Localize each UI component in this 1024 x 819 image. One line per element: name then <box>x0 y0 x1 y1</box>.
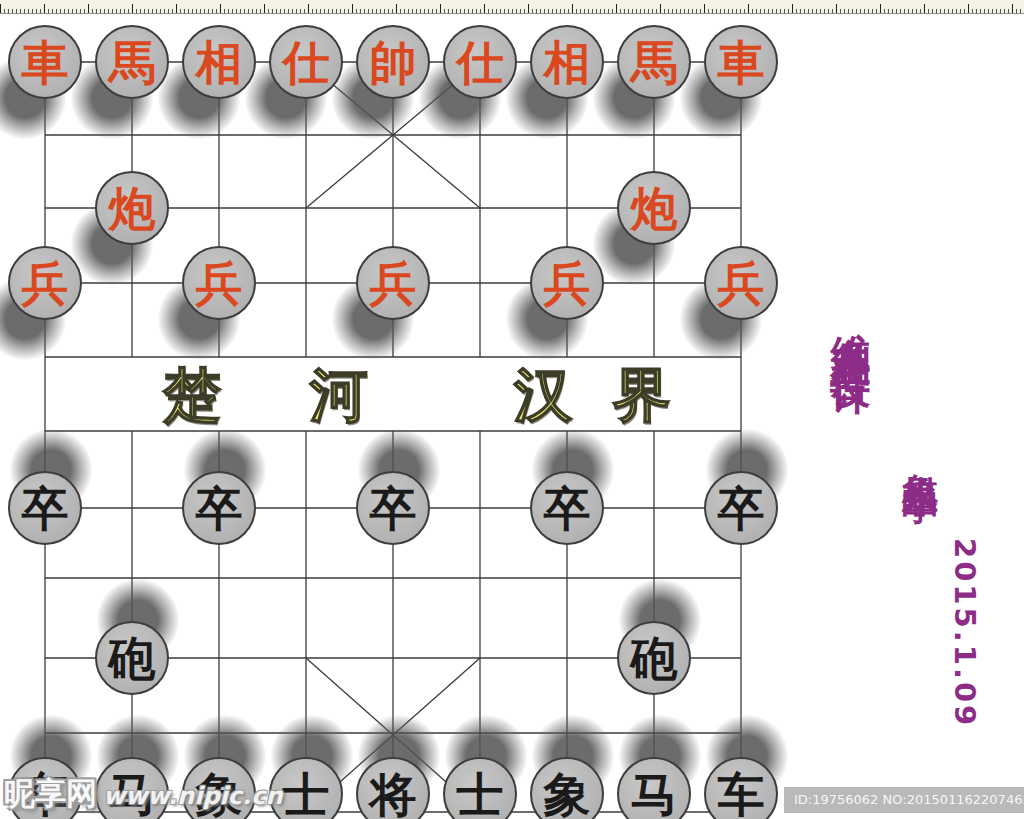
date-text: 2015.1.09 <box>948 538 982 728</box>
piece-black-chariot[interactable]: 车 <box>704 757 778 819</box>
artwork-title-text: 象棋水晶字 <box>896 444 945 459</box>
design-canvas: 楚 河 汉 界 車馬相仕帥仕相馬車炮炮兵兵兵兵兵卒卒卒卒卒砲砲车马象士将士象马车… <box>0 0 1024 819</box>
piece-red-soldier[interactable]: 兵 <box>8 246 82 320</box>
piece-black-cannon[interactable]: 砲 <box>95 621 169 695</box>
piece-red-soldier[interactable]: 兵 <box>530 246 604 320</box>
piece-red-elephant[interactable]: 相 <box>530 25 604 99</box>
piece-black-soldier[interactable]: 卒 <box>8 471 82 545</box>
piece-red-cannon[interactable]: 炮 <box>617 171 691 245</box>
piece-red-horse[interactable]: 馬 <box>95 25 169 99</box>
site-name-watermark: 昵享网 <box>4 773 97 815</box>
piece-black-cannon[interactable]: 砲 <box>617 621 691 695</box>
piece-black-soldier[interactable]: 卒 <box>530 471 604 545</box>
piece-black-horse[interactable]: 马 <box>617 757 691 819</box>
id-watermark: ID:19756062 NO:20150116220746320541 <box>784 787 1024 813</box>
pieces-layer: 車馬相仕帥仕相馬車炮炮兵兵兵兵兵卒卒卒卒卒砲砲车马象士将士象马车 <box>0 0 1024 819</box>
piece-red-soldier[interactable]: 兵 <box>182 246 256 320</box>
piece-red-elephant[interactable]: 相 <box>182 25 256 99</box>
piece-red-general[interactable]: 帥 <box>356 25 430 99</box>
piece-red-chariot[interactable]: 車 <box>8 25 82 99</box>
nipic-watermark: 昵享网 www.nipic.cn <box>4 773 282 815</box>
piece-black-soldier[interactable]: 卒 <box>182 471 256 545</box>
piece-black-soldier[interactable]: 卒 <box>356 471 430 545</box>
piece-red-soldier[interactable]: 兵 <box>704 246 778 320</box>
piece-black-elephant[interactable]: 象 <box>530 757 604 819</box>
piece-red-chariot[interactable]: 車 <box>704 25 778 99</box>
xiangqi-board: 楚 河 汉 界 車馬相仕帥仕相馬車炮炮兵兵兵兵兵卒卒卒卒卒砲砲车马象士将士象马车 <box>0 0 1024 819</box>
designer-credit-text: 维多利亚广告设计 <box>824 300 879 348</box>
piece-black-general[interactable]: 将 <box>356 757 430 819</box>
piece-red-advisor[interactable]: 仕 <box>269 25 343 99</box>
piece-red-advisor[interactable]: 仕 <box>443 25 517 99</box>
piece-black-advisor[interactable]: 士 <box>443 757 517 819</box>
piece-black-soldier[interactable]: 卒 <box>704 471 778 545</box>
site-url-watermark: www.nipic.cn <box>103 782 282 810</box>
piece-red-cannon[interactable]: 炮 <box>95 171 169 245</box>
piece-red-soldier[interactable]: 兵 <box>356 246 430 320</box>
piece-red-horse[interactable]: 馬 <box>617 25 691 99</box>
